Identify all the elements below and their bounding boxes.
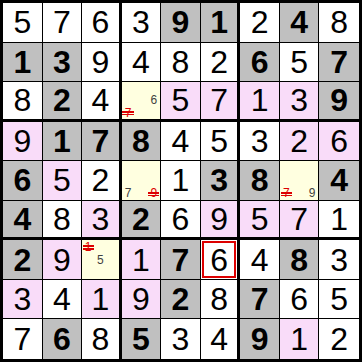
given-digit: 7: [91, 125, 109, 157]
cell-r2c7[interactable]: 6: [240, 43, 280, 83]
cell-r3c5[interactable]: 5: [161, 82, 201, 122]
cell-r8c1[interactable]: 3: [3, 280, 43, 320]
pencil-mark: 5: [94, 253, 106, 266]
cell-r8c5[interactable]: 2: [161, 280, 201, 320]
solved-digit: 7: [13, 323, 31, 355]
cell-r6c4[interactable]: 2: [122, 201, 162, 241]
given-digit: 6: [13, 164, 31, 196]
cell-r8c9[interactable]: 5: [319, 280, 359, 320]
cell-r4c9[interactable]: 6: [319, 122, 359, 162]
solved-digit: 1: [91, 283, 109, 315]
solved-digit: 5: [53, 164, 71, 196]
cell-r5c6[interactable]: 3: [201, 161, 241, 201]
given-digit: 2: [13, 244, 31, 276]
solved-digit: 5: [210, 125, 228, 157]
cell-r1c2[interactable]: 7: [43, 3, 83, 43]
solved-digit: 9: [210, 203, 228, 235]
solved-digit: 9: [91, 46, 109, 78]
given-digit: 4: [330, 164, 348, 196]
solved-digit: 9: [132, 283, 150, 315]
solved-digit: 1: [172, 164, 190, 196]
pencil-mark: 7: [122, 187, 135, 200]
cell-r3c6[interactable]: 7: [201, 82, 241, 122]
solved-digit: 2: [290, 125, 308, 157]
given-digit: 9: [330, 84, 348, 116]
solved-digit: 8: [172, 46, 190, 78]
cell-r6c3[interactable]: 3: [82, 201, 122, 241]
given-digit: 9: [172, 6, 190, 38]
cell-r7c6[interactable]: 6: [201, 240, 241, 280]
solved-digit: 5: [290, 46, 308, 78]
given-digit: 4: [13, 203, 31, 235]
given-digit: 4: [290, 6, 308, 38]
given-digit: 8: [132, 125, 150, 157]
solved-digit: 3: [132, 6, 150, 38]
solved-digit: 2: [251, 6, 269, 38]
solved-digit: 6: [172, 203, 190, 235]
solved-digit: 8: [13, 84, 31, 116]
solved-digit: 2: [330, 323, 348, 355]
cell-r9c2[interactable]: 6: [43, 319, 83, 359]
cell-r6c7[interactable]: 5: [240, 201, 280, 241]
cell-r1c6[interactable]: 1: [201, 3, 241, 43]
cell-r3c4[interactable]: 76: [122, 82, 162, 122]
solved-digit: 4: [91, 84, 109, 116]
pencil-mark: 9: [306, 187, 319, 200]
cell-r5c5[interactable]: 1: [161, 161, 201, 201]
cell-r7c7[interactable]: 4: [240, 240, 280, 280]
given-digit: 8: [290, 244, 308, 276]
cell-r8c4[interactable]: 9: [122, 280, 162, 320]
solved-digit: 6: [210, 244, 228, 276]
given-digit: 1: [13, 46, 31, 78]
cell-r2c4[interactable]: 4: [122, 43, 162, 83]
given-digit: 3: [210, 164, 228, 196]
solved-digit: 1: [132, 244, 150, 276]
cell-r3c8[interactable]: 3: [280, 82, 320, 122]
given-digit: 6: [53, 323, 71, 355]
cell-r9c8[interactable]: 1: [280, 319, 320, 359]
solved-digit: 2: [210, 46, 228, 78]
cell-r1c5[interactable]: 9: [161, 3, 201, 43]
given-digit: 3: [53, 46, 71, 78]
cell-r2c6[interactable]: 2: [201, 43, 241, 83]
cell-r6c9[interactable]: 1: [319, 201, 359, 241]
cell-r6c1[interactable]: 4: [3, 201, 43, 241]
cell-r4c6[interactable]: 5: [201, 122, 241, 162]
cell-r9c4[interactable]: 5: [122, 319, 162, 359]
cell-r5c7[interactable]: 8: [240, 161, 280, 201]
solved-digit: 1: [251, 84, 269, 116]
given-digit: 6: [251, 46, 269, 78]
cell-r5c9[interactable]: 4: [319, 161, 359, 201]
given-digit: 2: [132, 203, 150, 235]
solved-digit: 9: [13, 125, 31, 157]
solved-digit: 5: [172, 84, 190, 116]
cell-r5c1[interactable]: 6: [3, 161, 43, 201]
cell-r6c8[interactable]: 7: [280, 201, 320, 241]
cell-r7c2[interactable]: 9: [43, 240, 83, 280]
solved-digit: 6: [91, 6, 109, 38]
solved-digit: 3: [91, 203, 109, 235]
solved-digit: 6: [330, 125, 348, 157]
cell-r4c5[interactable]: 4: [161, 122, 201, 162]
solved-digit: 7: [53, 6, 71, 38]
cell-r5c3[interactable]: 2: [82, 161, 122, 201]
cell-r1c8[interactable]: 4: [280, 3, 320, 43]
cell-r8c8[interactable]: 6: [280, 280, 320, 320]
solved-digit: 5: [13, 6, 31, 38]
given-digit: 7: [330, 46, 348, 78]
cell-r8c3[interactable]: 1: [82, 280, 122, 320]
cell-r1c9[interactable]: 8: [319, 3, 359, 43]
solved-digit: 8: [210, 283, 228, 315]
solved-digit: 1: [290, 323, 308, 355]
cell-r9c5[interactable]: 3: [161, 319, 201, 359]
solved-digit: 7: [210, 84, 228, 116]
cell-r5c2[interactable]: 5: [43, 161, 83, 201]
given-digit: 7: [172, 244, 190, 276]
cell-r3c9[interactable]: 9: [319, 82, 359, 122]
cell-r3c7[interactable]: 1: [240, 82, 280, 122]
pencil-mark-eliminated: 1: [82, 240, 94, 253]
solved-digit: 5: [330, 283, 348, 315]
cell-r8c7[interactable]: 7: [240, 280, 280, 320]
cell-r4c8[interactable]: 2: [280, 122, 320, 162]
given-digit: 5: [132, 323, 150, 355]
cell-r2c3[interactable]: 9: [82, 43, 122, 83]
solved-digit: 4: [210, 323, 228, 355]
cell-r7c5[interactable]: 7: [161, 240, 201, 280]
cell-r2c9[interactable]: 7: [319, 43, 359, 83]
cell-r1c4[interactable]: 3: [122, 3, 162, 43]
cell-r3c1[interactable]: 8: [3, 82, 43, 122]
pencil-mark: 6: [147, 94, 160, 106]
cell-r3c2[interactable]: 2: [43, 82, 83, 122]
cell-r8c6[interactable]: 8: [201, 280, 241, 320]
cell-r3c3[interactable]: 4: [82, 82, 122, 122]
cell-r9c6[interactable]: 4: [201, 319, 241, 359]
solved-digit: 3: [330, 244, 348, 276]
cell-r1c3[interactable]: 6: [82, 3, 122, 43]
cell-r6c2[interactable]: 8: [43, 201, 83, 241]
cell-r4c7[interactable]: 3: [240, 122, 280, 162]
solved-digit: 8: [330, 6, 348, 38]
cell-r7c3[interactable]: 15: [82, 240, 122, 280]
cell-r5c4[interactable]: 79: [122, 161, 162, 201]
given-digit: 9: [251, 323, 269, 355]
cell-r9c1[interactable]: 7: [3, 319, 43, 359]
pencil-mark-eliminated: 9: [147, 187, 160, 200]
cell-r9c7[interactable]: 9: [240, 319, 280, 359]
cell-r7c1[interactable]: 2: [3, 240, 43, 280]
solved-digit: 2: [91, 164, 109, 196]
cell-r7c4[interactable]: 1: [122, 240, 162, 280]
solved-digit: 6: [290, 283, 308, 315]
solved-digit: 3: [290, 84, 308, 116]
cell-r2c2[interactable]: 3: [43, 43, 83, 83]
cell-r9c3[interactable]: 8: [82, 319, 122, 359]
solved-digit: 3: [13, 283, 31, 315]
cell-r9c9[interactable]: 2: [319, 319, 359, 359]
cell-r8c2[interactable]: 4: [43, 280, 83, 320]
cell-r4c3[interactable]: 7: [82, 122, 122, 162]
given-digit: 7: [251, 283, 269, 315]
cell-r4c1[interactable]: 9: [3, 122, 43, 162]
cell-r6c6[interactable]: 9: [201, 201, 241, 241]
cell-r7c9[interactable]: 3: [319, 240, 359, 280]
given-digit: 8: [251, 164, 269, 196]
pencil-mark-eliminated: 7: [122, 106, 135, 118]
given-digit: 1: [53, 125, 71, 157]
solved-digit: 4: [53, 283, 71, 315]
solved-digit: 8: [91, 323, 109, 355]
cell-r5c8[interactable]: 79: [280, 161, 320, 201]
cell-r4c2[interactable]: 1: [43, 122, 83, 162]
given-digit: 2: [53, 84, 71, 116]
solved-digit: 9: [53, 244, 71, 276]
solved-digit: 4: [132, 46, 150, 78]
cell-r4c4[interactable]: 8: [122, 122, 162, 162]
given-digit: 1: [210, 6, 228, 38]
solved-digit: 3: [172, 323, 190, 355]
given-digit: 2: [172, 283, 190, 315]
solved-digit: 3: [251, 125, 269, 157]
cell-r2c8[interactable]: 5: [280, 43, 320, 83]
solved-digit: 4: [251, 244, 269, 276]
cell-r2c1[interactable]: 1: [3, 43, 43, 83]
solved-digit: 4: [172, 125, 190, 157]
cell-r7c8[interactable]: 8: [280, 240, 320, 280]
sudoku-board: 5763912481394826578247657139917845326652…: [0, 0, 362, 362]
cell-r1c7[interactable]: 2: [240, 3, 280, 43]
pencil-mark-eliminated: 7: [280, 187, 293, 200]
cell-r2c5[interactable]: 8: [161, 43, 201, 83]
cell-r1c1[interactable]: 5: [3, 3, 43, 43]
cell-r6c5[interactable]: 6: [161, 201, 201, 241]
solved-digit: 1: [330, 203, 348, 235]
solved-digit: 5: [251, 203, 269, 235]
solved-digit: 8: [53, 203, 71, 235]
solved-digit: 7: [290, 203, 308, 235]
